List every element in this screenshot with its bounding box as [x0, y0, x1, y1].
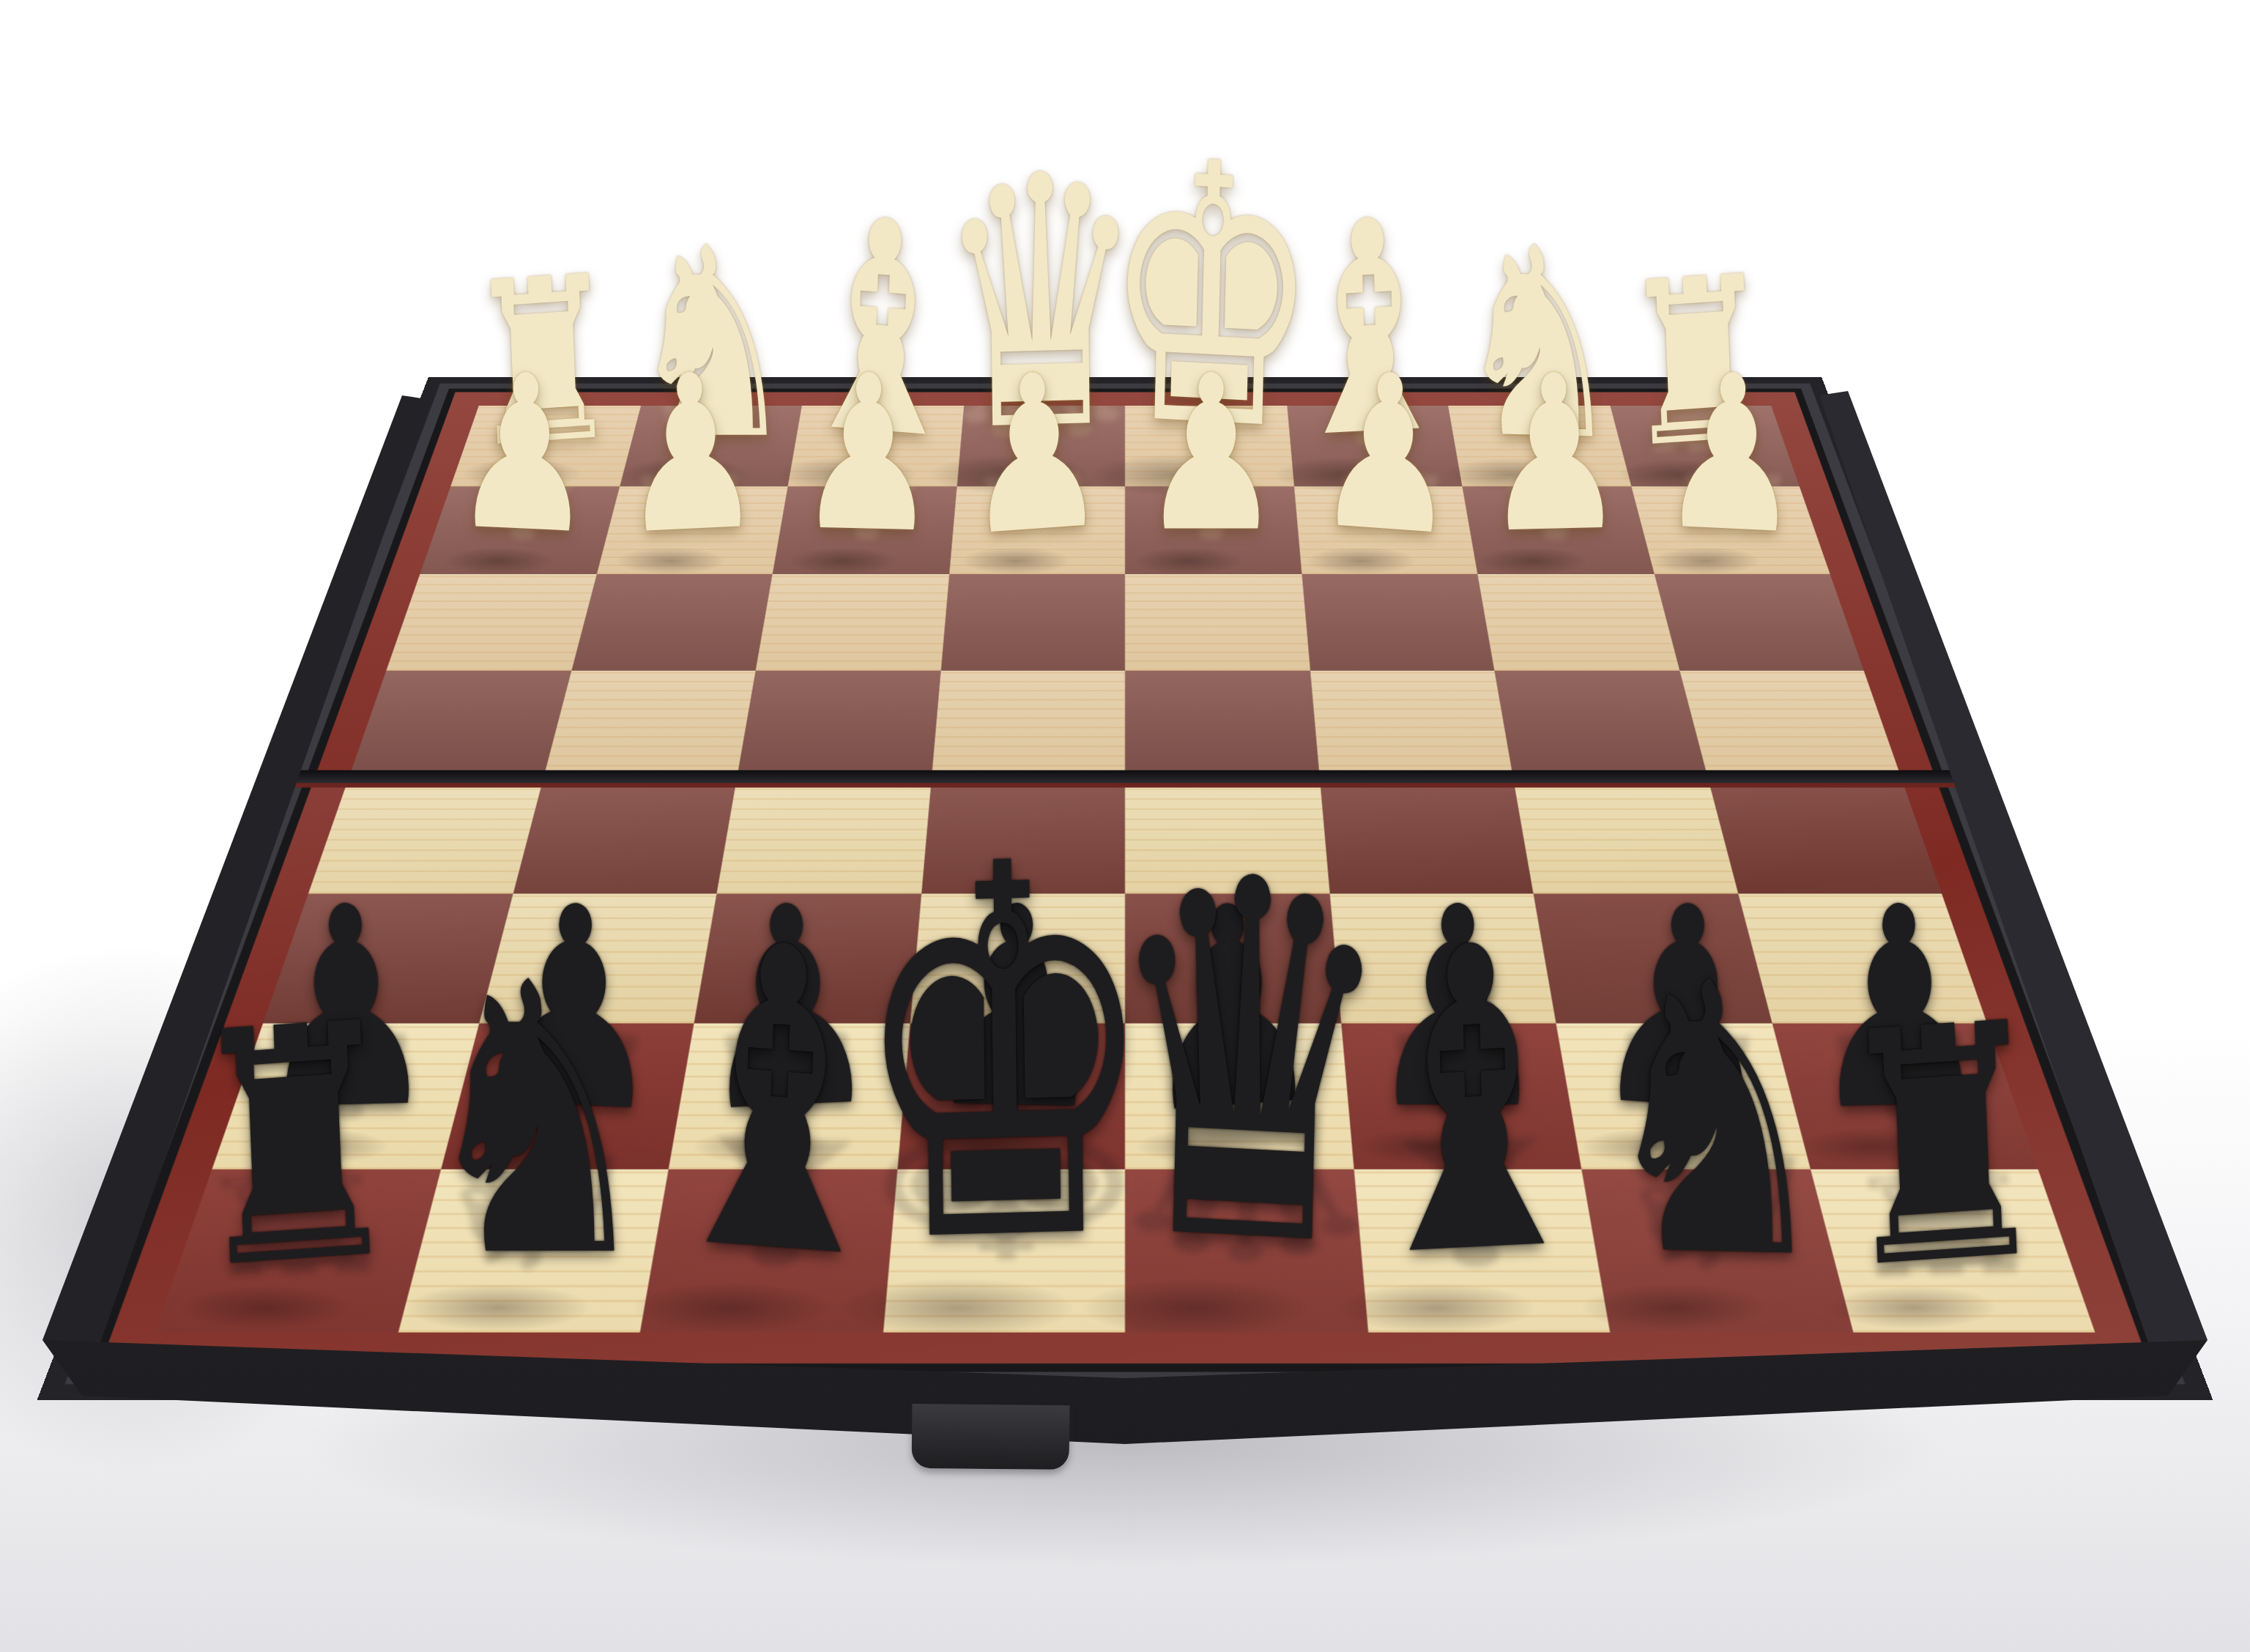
piece-black-queen: ♛: [1078, 975, 1408, 1305]
piece-black-knight: ♞: [401, 1034, 672, 1305]
chess-photo-scene: ♜♞♝♛♚♝♞♜♟♟♟♟♟♟♟♟♟♟♟♟♟♟♟♟♜♞♝♚♛♝♞♜ ♜♞♝♛♚♝♞…: [0, 0, 2250, 1652]
piece-white-pawn: ♟: [1477, 401, 1635, 559]
piece-white-pawn: ♟: [615, 401, 773, 559]
piece-white-rook: ♜: [461, 299, 634, 473]
piece-white-queen: ♛: [927, 242, 1159, 473]
piece-white-pawn: ♟: [959, 401, 1118, 559]
piece-black-pawn: ♟: [1356, 940, 1560, 1145]
piece-white-pawn: ♟: [442, 401, 601, 559]
piece-white-pawn: ♟: [1132, 401, 1291, 559]
piece-black-pawn: ♟: [1800, 940, 2004, 1145]
piece-black-pawn: ♟: [912, 940, 1116, 1145]
piece-white-king: ♚: [1088, 233, 1327, 472]
piece-black-king: ♚: [836, 964, 1178, 1305]
piece-white-bishop: ♝: [776, 271, 978, 472]
piece-black-pawn: ♟: [468, 940, 672, 1145]
piece-black-pawn: ♟: [690, 940, 894, 1145]
pieces-layer: ♜♞♝♛♚♝♞♜♟♟♟♟♟♟♟♟♟♟♟♟♟♟♟♟♜♞♝♚♛♝♞♜: [0, 0, 2250, 1652]
piece-black-bishop: ♝: [628, 1018, 916, 1305]
piece-black-bishop: ♝: [1334, 1018, 1622, 1305]
piece-white-pawn: ♟: [1304, 401, 1463, 559]
piece-white-knight: ♞: [617, 283, 807, 472]
piece-black-knight: ♞: [1578, 1034, 1849, 1305]
piece-white-pawn: ♟: [787, 401, 946, 559]
piece-white-bishop: ♝: [1272, 271, 1474, 472]
piece-black-rook: ♜: [1825, 1057, 2072, 1304]
piece-black-pawn: ♟: [1578, 940, 1782, 1145]
piece-white-knight: ♞: [1443, 283, 1633, 472]
piece-black-pawn: ♟: [1134, 940, 1338, 1145]
piece-white-rook: ♜: [1616, 299, 1789, 473]
piece-white-pawn: ♟: [1649, 401, 1808, 559]
piece-black-rook: ♜: [178, 1057, 425, 1304]
piece-black-pawn: ♟: [246, 940, 450, 1145]
